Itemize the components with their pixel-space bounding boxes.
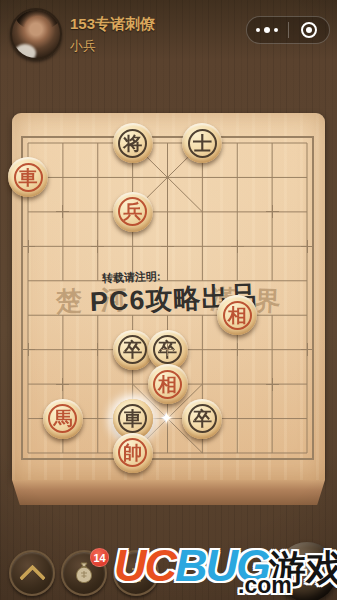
expand-button[interactable] [9,550,55,596]
close-button[interactable] [289,17,330,43]
piece-character: 卒 [193,409,212,428]
piece-character: 相 [228,306,247,325]
extra-button[interactable] [113,550,159,596]
piece-character: 帥 [123,443,142,462]
piece-red-相[interactable]: 相 [148,364,188,404]
piece-character: 士 [193,134,212,153]
piece-character: 将 [123,134,142,153]
player-avatar [10,8,62,60]
piece-ring: 兵 [118,197,147,226]
piece-ring: 帥 [118,438,147,467]
piece-black-将[interactable]: 将 [113,123,153,163]
chevron-up-icon [19,564,46,591]
piece-character: 兵 [123,202,142,221]
piece-red-兵[interactable]: 兵 [113,192,153,232]
piece-black-卒[interactable]: 卒 [113,330,153,370]
more-options-button[interactable] [247,17,288,43]
piece-character: 卒 [123,340,142,359]
piece-character: 卒 [158,340,177,359]
board-front-edge [12,480,325,505]
piece-character: 車 [19,168,38,187]
piece-red-馬[interactable]: 馬 [43,399,83,439]
piece-black-卒[interactable]: 卒 [182,399,222,439]
piece-ring: 士 [188,129,217,158]
piece-ring: 馬 [48,404,77,433]
piece-ring: 卒 [188,404,217,433]
globe-ball-button[interactable] [277,542,337,600]
piece-character: 車 [123,409,142,428]
logo-bug: BUG [175,540,269,591]
piece-ring: 相 [223,301,252,330]
piece-ring: 卒 [153,335,182,364]
piece-character: 馬 [53,409,72,428]
coins-button[interactable]: 14 [61,550,107,596]
miniprogram-capsule [246,16,330,44]
close-icon [301,22,317,38]
player-rank: 小兵 [70,37,96,55]
xiangqi-board: 楚 河 漢 界 转载请注明: PC6攻略出品 将士車兵相卒卒相馬車卒帥✦ [12,113,325,480]
piece-red-帥[interactable]: 帥 [113,433,153,473]
coin-badge: 14 [90,548,109,567]
level-title: 153专诸刺僚 [70,15,155,34]
piece-ring: 車 [14,163,43,192]
piece-ring: 車 [118,404,147,433]
piece-ring: 卒 [118,335,147,364]
piece-ring: 相 [153,370,182,399]
tower-icon [124,561,148,585]
piece-ring: 将 [118,129,147,158]
piece-character: 相 [158,375,177,394]
